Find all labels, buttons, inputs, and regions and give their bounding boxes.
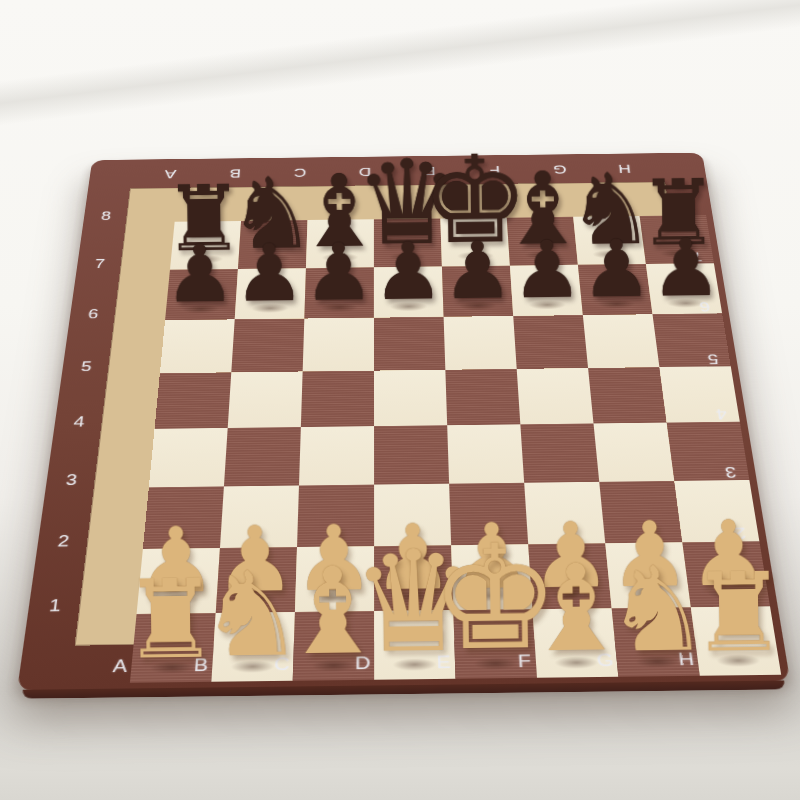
square-d5[interactable] xyxy=(374,370,447,426)
square-c6[interactable] xyxy=(303,318,374,372)
square-g1[interactable]: ♞ xyxy=(612,607,700,676)
rank-label-left-8: 8 xyxy=(100,209,112,223)
piece-black-pawn-f7[interactable]: ♟ xyxy=(511,230,583,310)
square-d4[interactable] xyxy=(374,425,449,484)
piece-black-pawn-a7[interactable]: ♟ xyxy=(164,235,236,315)
square-a6[interactable] xyxy=(160,319,235,373)
rank-label-left-2: 2 xyxy=(57,532,71,551)
piece-black-pawn-d7[interactable]: ♟ xyxy=(372,232,444,312)
square-h5[interactable] xyxy=(659,366,739,422)
square-d7[interactable]: ♟ xyxy=(374,266,444,317)
rank-label-left-1: 1 xyxy=(48,596,63,616)
square-g7[interactable]: ♟ xyxy=(578,264,653,315)
chess-board: ♜♞♝♛♚♝♞♜♟♟♟♟♟♟♟♟♟♟♟♟♟♟♟♟♜♞♝♛♚♝♞♜ 88AA77B… xyxy=(17,153,790,691)
square-e7[interactable]: ♟ xyxy=(442,266,513,317)
square-h6[interactable] xyxy=(652,313,730,367)
square-h1[interactable]: ♜ xyxy=(691,606,781,675)
board-frame: ♜♞♝♛♚♝♞♜♟♟♟♟♟♟♟♟♟♟♟♟♟♟♟♟♜♞♝♛♚♝♞♜ 88AA77B… xyxy=(17,153,790,691)
square-c4[interactable] xyxy=(299,426,374,485)
rank-label-left-5: 5 xyxy=(80,358,93,375)
board-grid: ♜♞♝♛♚♝♞♜♟♟♟♟♟♟♟♟♟♟♟♟♟♟♟♟♜♞♝♛♚♝♞♜ xyxy=(138,216,666,595)
piece-black-pawn-g7[interactable]: ♟ xyxy=(581,229,653,309)
square-f5[interactable] xyxy=(517,368,594,424)
square-d6[interactable] xyxy=(374,317,445,371)
maple-inlay: ♜♞♝♛♚♝♞♜♟♟♟♟♟♟♟♟♟♟♟♟♟♟♟♟♜♞♝♛♚♝♞♜ xyxy=(75,182,732,646)
square-b4[interactable] xyxy=(224,427,301,486)
square-g6[interactable] xyxy=(583,314,660,368)
rank-label-left-3: 3 xyxy=(65,471,79,489)
background-fabric: ♜♞♝♛♚♝♞♜♟♟♟♟♟♟♟♟♟♟♟♟♟♟♟♟♜♞♝♛♚♝♞♜ 88AA77B… xyxy=(0,0,800,800)
square-h4[interactable] xyxy=(667,422,750,481)
square-e6[interactable] xyxy=(444,316,517,370)
square-b6[interactable] xyxy=(231,319,304,373)
piece-black-pawn-e7[interactable]: ♟ xyxy=(442,231,514,311)
piece-black-pawn-h7[interactable]: ♟ xyxy=(650,229,722,309)
square-c7[interactable]: ♟ xyxy=(304,267,374,318)
square-a4[interactable] xyxy=(149,428,228,487)
rank-label-left-6: 6 xyxy=(87,306,100,322)
square-a7[interactable]: ♟ xyxy=(165,269,238,320)
piece-white-rook-h1[interactable]: ♜ xyxy=(690,559,788,668)
square-g5[interactable] xyxy=(588,367,667,423)
square-b7[interactable]: ♟ xyxy=(235,268,306,319)
square-g4[interactable] xyxy=(593,423,674,482)
piece-black-pawn-c7[interactable]: ♟ xyxy=(303,233,375,313)
square-e4[interactable] xyxy=(447,424,524,483)
rank-label-left-4: 4 xyxy=(73,413,86,430)
rank-label-left-7: 7 xyxy=(94,256,106,271)
square-b5[interactable] xyxy=(228,371,303,427)
square-f4[interactable] xyxy=(520,423,599,482)
square-a5[interactable] xyxy=(155,372,232,428)
square-e5[interactable] xyxy=(445,369,520,425)
square-f6[interactable] xyxy=(513,315,588,369)
square-f7[interactable]: ♟ xyxy=(510,265,583,316)
piece-black-pawn-b7[interactable]: ♟ xyxy=(233,234,305,314)
square-c5[interactable] xyxy=(301,371,374,427)
square-h7[interactable]: ♟ xyxy=(646,263,722,314)
